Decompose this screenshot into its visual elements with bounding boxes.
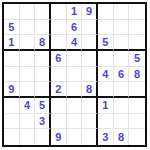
sudoku-cell-r1c6[interactable]: 9 xyxy=(82,4,98,20)
sudoku-cell-r9c7[interactable]: 3 xyxy=(98,129,114,145)
sudoku-cell-r1c1[interactable] xyxy=(4,4,20,20)
sudoku-cell-r3c4[interactable] xyxy=(51,35,67,51)
sudoku-cell-r2c5[interactable]: 6 xyxy=(67,20,83,36)
sudoku-cell-r8c6[interactable] xyxy=(82,114,98,130)
sudoku-cell-r8c8[interactable] xyxy=(114,114,130,130)
sudoku-cell-r1c7[interactable] xyxy=(98,4,114,20)
sudoku-cell-r9c5[interactable] xyxy=(67,129,83,145)
sudoku-cell-r4c4[interactable]: 6 xyxy=(51,51,67,67)
sudoku-cell-r3c5[interactable]: 4 xyxy=(67,35,83,51)
sudoku-cell-r3c9[interactable] xyxy=(129,35,145,51)
sudoku-cell-r9c1[interactable] xyxy=(4,129,20,145)
sudoku-cell-r3c1[interactable]: 1 xyxy=(4,35,20,51)
sudoku-cell-r6c5[interactable] xyxy=(67,82,83,98)
sudoku-cell-r3c2[interactable] xyxy=(20,35,36,51)
sudoku-cell-r9c9[interactable] xyxy=(129,129,145,145)
sudoku-cell-r3c8[interactable] xyxy=(114,35,130,51)
sudoku-cell-r2c1[interactable]: 5 xyxy=(4,20,20,36)
sudoku-board: 1 9 5 6 1 8 4 5 6 5 4 6 8 9 2 8 4 5 1 xyxy=(2,2,147,147)
sudoku-cell-r2c2[interactable] xyxy=(20,20,36,36)
sudoku-cell-r5c3[interactable] xyxy=(35,67,51,83)
sudoku-cell-r7c5[interactable] xyxy=(67,98,83,114)
sudoku-cell-r6c7[interactable] xyxy=(98,82,114,98)
sudoku-cell-r8c1[interactable] xyxy=(4,114,20,130)
sudoku-cell-r5c9[interactable]: 8 xyxy=(129,67,145,83)
sudoku-cell-r9c4[interactable]: 9 xyxy=(51,129,67,145)
sudoku-cell-r4c8[interactable] xyxy=(114,51,130,67)
sudoku-cell-r7c9[interactable] xyxy=(129,98,145,114)
sudoku-cell-r1c4[interactable] xyxy=(51,4,67,20)
sudoku-cell-r7c4[interactable] xyxy=(51,98,67,114)
sudoku-cell-r1c9[interactable] xyxy=(129,4,145,20)
sudoku-cell-r9c6[interactable] xyxy=(82,129,98,145)
sudoku-cell-r6c4[interactable]: 2 xyxy=(51,82,67,98)
sudoku-cell-r6c2[interactable] xyxy=(20,82,36,98)
sudoku-cell-r4c7[interactable] xyxy=(98,51,114,67)
sudoku-cell-r1c2[interactable] xyxy=(20,4,36,20)
sudoku-cell-r6c8[interactable] xyxy=(114,82,130,98)
sudoku-cell-r2c6[interactable] xyxy=(82,20,98,36)
sudoku-cell-r5c2[interactable] xyxy=(20,67,36,83)
sudoku-cell-r2c8[interactable] xyxy=(114,20,130,36)
sudoku-cell-r8c4[interactable] xyxy=(51,114,67,130)
sudoku-cell-r7c2[interactable]: 4 xyxy=(20,98,36,114)
sudoku-cell-r2c7[interactable] xyxy=(98,20,114,36)
sudoku-cell-r7c1[interactable] xyxy=(4,98,20,114)
sudoku-cell-r9c3[interactable] xyxy=(35,129,51,145)
sudoku-cell-r1c5[interactable]: 1 xyxy=(67,4,83,20)
sudoku-cell-r6c6[interactable]: 8 xyxy=(82,82,98,98)
sudoku-cell-r8c9[interactable] xyxy=(129,114,145,130)
sudoku-cell-r6c9[interactable] xyxy=(129,82,145,98)
sudoku-cell-r8c2[interactable] xyxy=(20,114,36,130)
sudoku-cell-r4c9[interactable]: 5 xyxy=(129,51,145,67)
sudoku-cell-r2c4[interactable] xyxy=(51,20,67,36)
sudoku-cell-r8c7[interactable] xyxy=(98,114,114,130)
sudoku-cell-r9c8[interactable]: 8 xyxy=(114,129,130,145)
sudoku-cell-r4c3[interactable] xyxy=(35,51,51,67)
sudoku-cell-r8c3[interactable]: 3 xyxy=(35,114,51,130)
sudoku-cell-r7c6[interactable] xyxy=(82,98,98,114)
sudoku-cell-r6c1[interactable]: 9 xyxy=(4,82,20,98)
sudoku-cell-r7c7[interactable]: 1 xyxy=(98,98,114,114)
sudoku-cell-r3c6[interactable] xyxy=(82,35,98,51)
sudoku-cell-r4c1[interactable] xyxy=(4,51,20,67)
sudoku-cell-r5c1[interactable] xyxy=(4,67,20,83)
sudoku-cell-r1c8[interactable] xyxy=(114,4,130,20)
sudoku-cell-r5c7[interactable]: 4 xyxy=(98,67,114,83)
sudoku-cell-r3c7[interactable]: 5 xyxy=(98,35,114,51)
sudoku-cell-r4c6[interactable] xyxy=(82,51,98,67)
sudoku-cell-r4c5[interactable] xyxy=(67,51,83,67)
sudoku-cell-r3c3[interactable]: 8 xyxy=(35,35,51,51)
sudoku-cell-r7c8[interactable] xyxy=(114,98,130,114)
sudoku-cell-r5c6[interactable] xyxy=(82,67,98,83)
sudoku-cell-r7c3[interactable]: 5 xyxy=(35,98,51,114)
sudoku-cell-r4c2[interactable] xyxy=(20,51,36,67)
sudoku-cell-r8c5[interactable] xyxy=(67,114,83,130)
sudoku-cell-r5c4[interactable] xyxy=(51,67,67,83)
sudoku-cell-r6c3[interactable] xyxy=(35,82,51,98)
sudoku-cell-r2c3[interactable] xyxy=(35,20,51,36)
sudoku-cell-r9c2[interactable] xyxy=(20,129,36,145)
sudoku-cell-r2c9[interactable] xyxy=(129,20,145,36)
sudoku-cell-r1c3[interactable] xyxy=(35,4,51,20)
sudoku-cell-r5c8[interactable]: 6 xyxy=(114,67,130,83)
sudoku-cell-r5c5[interactable] xyxy=(67,67,83,83)
